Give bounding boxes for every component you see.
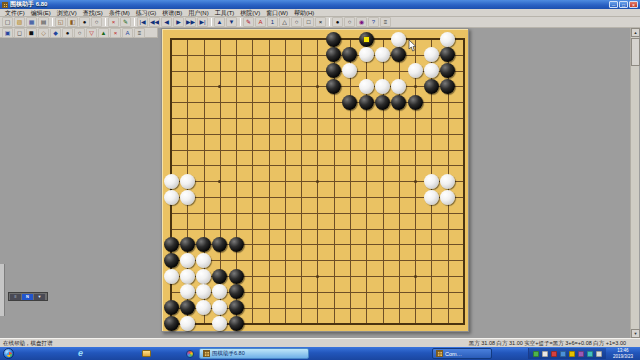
last-move-icon[interactable]: ▶|	[197, 17, 208, 27]
white-stone[interactable]	[180, 284, 195, 299]
white-stone[interactable]	[164, 269, 179, 284]
go-board[interactable]	[161, 28, 469, 332]
place-black-icon[interactable]: ●	[79, 17, 90, 27]
forward-10-icon[interactable]: ▶▶	[185, 17, 196, 27]
place-white-icon[interactable]: ○	[91, 17, 102, 27]
menu-item-7[interactable]: 棋谱(B)	[159, 9, 185, 17]
dot-icon[interactable]: ●	[62, 28, 73, 38]
mini-nav-panel[interactable]: ≡N▼	[8, 292, 48, 301]
main-toolbar: ▢▨▦▤◱◧●○×✎|◀◀◀◀▶▶▶▶|▲▼✎A1△○□×●○◉?≡	[0, 17, 640, 28]
a-icon[interactable]: A	[122, 28, 133, 38]
board-clear-icon[interactable]: ◧	[67, 17, 78, 27]
black-stone[interactable]	[180, 300, 195, 315]
mini-panel-button-2[interactable]: N	[22, 294, 33, 300]
folder-icon[interactable]	[142, 350, 151, 357]
white-stone[interactable]	[180, 316, 195, 331]
x-icon[interactable]: ×	[110, 28, 121, 38]
save-icon[interactable]: ▦	[26, 17, 37, 27]
circle-mark-icon[interactable]: ○	[291, 17, 302, 27]
tray-icon-2[interactable]	[542, 351, 548, 357]
pen-icon[interactable]: ✎	[243, 17, 254, 27]
white-stone[interactable]	[212, 316, 227, 331]
board-icon[interactable]: ◻	[14, 28, 25, 38]
menu-item-4[interactable]: 查找(S)	[80, 9, 106, 17]
app-icon	[2, 2, 8, 8]
color-wheel-icon[interactable]	[186, 350, 194, 358]
black-stone[interactable]	[196, 237, 211, 252]
menu-item-11[interactable]: 窗口(W)	[263, 9, 291, 17]
black-stone[interactable]	[229, 316, 244, 331]
menu-item-10[interactable]: 棋院(V)	[237, 9, 263, 17]
scroll-up-button[interactable]: ▲	[631, 28, 640, 37]
last-move-marker	[364, 37, 369, 42]
white-stone[interactable]	[164, 174, 179, 189]
down-tri-icon[interactable]: ▽	[86, 28, 97, 38]
white-stone[interactable]	[440, 174, 455, 189]
task-button-label: Com…	[445, 351, 462, 357]
status-bar: 在线帮助，棋盘打谱 黑方 31.08 白方 31.00 实空+提子=黑方 3+6…	[0, 338, 640, 347]
black-stone[interactable]	[164, 237, 179, 252]
tray-icon-8[interactable]	[596, 351, 602, 357]
white-stone[interactable]	[440, 190, 455, 205]
status-score-text: 黑方 31.08 白方 31.00 实空+提子=黑方 3+6=+0.08 白方 …	[469, 340, 640, 347]
star-point	[414, 85, 417, 88]
white-stone[interactable]	[196, 253, 211, 268]
mini-panel-button-1[interactable]: ≡	[10, 294, 21, 300]
up-icon[interactable]: ▲	[214, 17, 225, 27]
start-button[interactable]	[3, 348, 14, 359]
white-stone[interactable]	[180, 174, 195, 189]
tray-icon-1[interactable]	[533, 351, 539, 357]
back-10-icon[interactable]: ◀◀	[149, 17, 160, 27]
menu-item-12[interactable]: 帮助(H)	[291, 9, 317, 17]
black-stone[interactable]	[408, 95, 423, 110]
black-stone[interactable]	[229, 284, 244, 299]
menu-bar: 文件(F)编辑(E)浏览(V)查找(S)条件(M)练习(G)棋谱(B)用户(N)…	[0, 9, 640, 17]
menu-item-3[interactable]: 浏览(V)	[54, 9, 80, 17]
target-icon[interactable]: ◉	[356, 17, 367, 27]
down-icon[interactable]: ▼	[226, 17, 237, 27]
black-stone[interactable]	[164, 316, 179, 331]
tray-icon-7[interactable]	[587, 351, 593, 357]
black-stone[interactable]	[424, 79, 439, 94]
taskbar-clock[interactable]: 13:46 2019/3/23	[607, 347, 639, 360]
black-stone[interactable]	[212, 269, 227, 284]
menu-item-8[interactable]: 用户(N)	[185, 9, 211, 17]
system-tray	[528, 348, 606, 359]
white-stone[interactable]	[408, 63, 423, 78]
list-icon[interactable]: ≡	[380, 17, 391, 27]
black-stone[interactable]	[164, 300, 179, 315]
screen: 围棋助手 6.80 ─□× 文件(F)编辑(E)浏览(V)查找(S)条件(M)练…	[0, 0, 640, 360]
star-point	[316, 85, 319, 88]
minimize-button[interactable]: ─	[609, 1, 618, 8]
white-stone[interactable]	[424, 190, 439, 205]
scroll-thumb[interactable]	[631, 38, 640, 66]
white-stone[interactable]	[180, 253, 195, 268]
new-icon[interactable]: ▢	[2, 17, 13, 27]
back-icon[interactable]: ◀	[161, 17, 172, 27]
black-stone[interactable]	[180, 237, 195, 252]
square-mark-icon[interactable]: □	[303, 17, 314, 27]
toolbar-separator	[329, 18, 330, 26]
menu-icon[interactable]: ≡	[134, 28, 145, 38]
black-stone[interactable]	[326, 79, 341, 94]
scroll-down-button[interactable]: ▼	[631, 329, 640, 338]
black-stone[interactable]	[164, 253, 179, 268]
windows-logo-icon	[7, 352, 12, 357]
white-stone[interactable]	[424, 174, 439, 189]
black-stone[interactable]	[359, 95, 374, 110]
black-stone[interactable]	[440, 79, 455, 94]
black-stone[interactable]	[229, 237, 244, 252]
menu-item-9[interactable]: 工具(T)	[212, 9, 238, 17]
white-stone[interactable]	[375, 79, 390, 94]
black-stone[interactable]	[375, 95, 390, 110]
first-move-icon[interactable]: |◀	[137, 17, 148, 27]
tray-icon-6[interactable]	[578, 351, 584, 357]
toolbar-separator	[52, 18, 53, 26]
vertical-scrollbar[interactable]: ▲ ▼	[630, 28, 639, 338]
menu-item-6[interactable]: 练习(G)	[133, 9, 160, 17]
triangle-mark-icon[interactable]: △	[279, 17, 290, 27]
window-icon[interactable]: ▣	[2, 28, 13, 38]
star-point	[316, 275, 319, 278]
toolbar-separator	[211, 18, 212, 26]
letter-mark-icon[interactable]: A	[255, 17, 266, 27]
docked-toolbar-handle	[0, 264, 5, 316]
star-point	[316, 180, 319, 183]
tray-icon-4[interactable]	[560, 351, 566, 357]
black-stone[interactable]	[326, 32, 341, 47]
taskbar: e 13:46 2019/3/23 围棋助手6.80Com…	[0, 347, 640, 360]
white-stone[interactable]	[391, 32, 406, 47]
toolbar-separator	[134, 18, 135, 26]
delete-icon[interactable]: ×	[108, 17, 119, 27]
white-stone[interactable]	[196, 269, 211, 284]
menu-item-1[interactable]: 文件(F)	[2, 9, 28, 17]
white-stone[interactable]	[440, 32, 455, 47]
white-stone[interactable]	[359, 79, 374, 94]
task-button-label: 围棋助手6.80	[212, 350, 245, 357]
menu-item-2[interactable]: 编辑(E)	[28, 9, 54, 17]
status-mode-text: 在线帮助，棋盘打谱	[0, 340, 53, 347]
black-stone[interactable]	[229, 300, 244, 315]
toolbar-separator	[240, 18, 241, 26]
white-stone-icon[interactable]: ○	[344, 17, 355, 27]
solid-icon[interactable]: ◼	[26, 28, 37, 38]
black-stone-icon[interactable]: ●	[332, 17, 343, 27]
help-icon[interactable]: ?	[368, 17, 379, 27]
task-button-icon	[203, 350, 210, 357]
white-stone[interactable]	[359, 47, 374, 62]
window-controls: ─□×	[609, 1, 638, 8]
star-point	[414, 180, 417, 183]
x-mark-icon[interactable]: ×	[315, 17, 326, 27]
diamond-icon[interactable]: ◇	[38, 28, 49, 38]
star-point	[414, 275, 417, 278]
clock-date: 2019/3/23	[607, 354, 639, 360]
up-tri-icon[interactable]: ▲	[98, 28, 109, 38]
task-button-icon	[436, 350, 443, 357]
secondary-toolbar: ▣◻◼◇◆●○▽▲×A≡	[0, 28, 158, 38]
black-stone[interactable]	[229, 269, 244, 284]
task-weiqi-assistant[interactable]: 围棋助手6.80	[199, 348, 309, 359]
mini-panel-button-3[interactable]: ▼	[34, 294, 45, 300]
ring-icon[interactable]: ○	[74, 28, 85, 38]
board-setup-icon[interactable]: ◱	[55, 17, 66, 27]
task-com[interactable]: Com…	[432, 348, 492, 359]
black-stone[interactable]	[391, 95, 406, 110]
close-button[interactable]: ×	[629, 1, 638, 8]
white-stone[interactable]	[424, 63, 439, 78]
forward-icon[interactable]: ▶	[173, 17, 184, 27]
white-stone[interactable]	[164, 190, 179, 205]
print-icon[interactable]: ▤	[38, 17, 49, 27]
diamond-fill-icon[interactable]: ◆	[50, 28, 61, 38]
open-icon[interactable]: ▨	[14, 17, 25, 27]
menu-item-5[interactable]: 条件(M)	[106, 9, 133, 17]
internet-explorer-icon[interactable]: e	[78, 348, 83, 359]
maximize-button[interactable]: □	[619, 1, 628, 8]
mouse-cursor	[408, 40, 418, 52]
tray-icon-5[interactable]	[569, 351, 575, 357]
white-stone[interactable]	[180, 190, 195, 205]
white-stone[interactable]	[180, 269, 195, 284]
tray-icon-3[interactable]	[551, 351, 557, 357]
toolbar-separator	[105, 18, 106, 26]
number-mark-icon[interactable]: 1	[267, 17, 278, 27]
edit-icon[interactable]: ✎	[120, 17, 131, 27]
